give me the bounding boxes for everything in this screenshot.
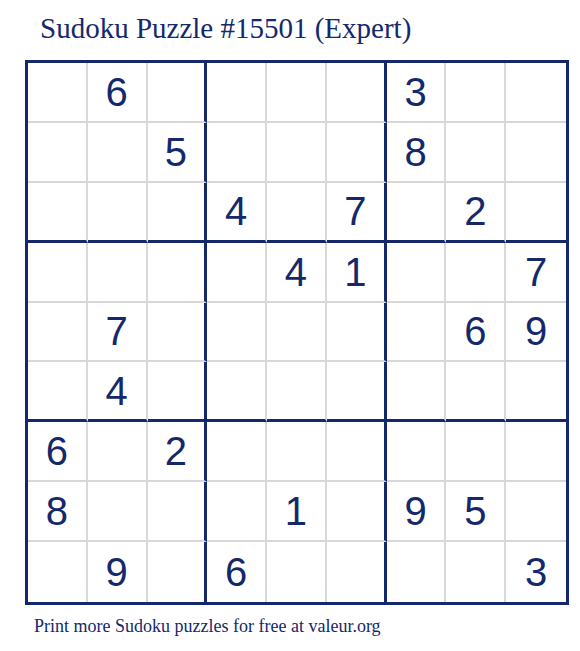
cell-r8c9[interactable] xyxy=(506,482,566,542)
cell-r8c6[interactable] xyxy=(327,482,387,542)
cell-r2c1[interactable] xyxy=(28,123,88,183)
cell-r3c3[interactable] xyxy=(148,183,208,243)
cell-r7c7[interactable] xyxy=(387,422,447,482)
cell-r3c5[interactable] xyxy=(267,183,327,243)
cell-r7c1[interactable]: 6 xyxy=(28,422,88,482)
cell-r5c8[interactable]: 6 xyxy=(446,303,506,363)
cell-r6c1[interactable] xyxy=(28,362,88,422)
cell-r6c5[interactable] xyxy=(267,362,327,422)
footer-text: Print more Sudoku puzzles for free at va… xyxy=(34,616,381,637)
cell-r5c3[interactable] xyxy=(148,303,208,363)
sudoku-board: 63584724177694628195963 xyxy=(25,60,569,605)
cell-r1c7[interactable]: 3 xyxy=(387,63,447,123)
cell-r6c4[interactable] xyxy=(207,362,267,422)
cell-r7c9[interactable] xyxy=(506,422,566,482)
cell-r9c1[interactable] xyxy=(28,542,88,602)
cell-r5c6[interactable] xyxy=(327,303,387,363)
cell-r5c4[interactable] xyxy=(207,303,267,363)
cell-r3c4[interactable]: 4 xyxy=(207,183,267,243)
cell-r9c9[interactable]: 3 xyxy=(506,542,566,602)
cell-r4c3[interactable] xyxy=(148,243,208,303)
cell-r8c3[interactable] xyxy=(148,482,208,542)
cell-r7c4[interactable] xyxy=(207,422,267,482)
cell-r6c8[interactable] xyxy=(446,362,506,422)
cell-r4c2[interactable] xyxy=(88,243,148,303)
cell-r2c4[interactable] xyxy=(207,123,267,183)
cell-r2c8[interactable] xyxy=(446,123,506,183)
cell-r9c2[interactable]: 9 xyxy=(88,542,148,602)
cell-r8c5[interactable]: 1 xyxy=(267,482,327,542)
cell-r3c8[interactable]: 2 xyxy=(446,183,506,243)
cell-r9c5[interactable] xyxy=(267,542,327,602)
cell-r9c7[interactable] xyxy=(387,542,447,602)
cell-r3c6[interactable]: 7 xyxy=(327,183,387,243)
cell-r7c5[interactable] xyxy=(267,422,327,482)
cell-r8c8[interactable]: 5 xyxy=(446,482,506,542)
cell-r9c4[interactable]: 6 xyxy=(207,542,267,602)
cell-r3c2[interactable] xyxy=(88,183,148,243)
cell-r8c2[interactable] xyxy=(88,482,148,542)
cell-r2c7[interactable]: 8 xyxy=(387,123,447,183)
cell-r5c5[interactable] xyxy=(267,303,327,363)
cell-r2c2[interactable] xyxy=(88,123,148,183)
cell-r9c6[interactable] xyxy=(327,542,387,602)
cell-r3c7[interactable] xyxy=(387,183,447,243)
cell-r1c5[interactable] xyxy=(267,63,327,123)
cell-r4c9[interactable]: 7 xyxy=(506,243,566,303)
cell-r2c5[interactable] xyxy=(267,123,327,183)
cell-r1c1[interactable] xyxy=(28,63,88,123)
cell-r8c1[interactable]: 8 xyxy=(28,482,88,542)
cell-r5c7[interactable] xyxy=(387,303,447,363)
cell-r8c7[interactable]: 9 xyxy=(387,482,447,542)
cell-r4c8[interactable] xyxy=(446,243,506,303)
cell-r7c2[interactable] xyxy=(88,422,148,482)
cell-r4c6[interactable]: 1 xyxy=(327,243,387,303)
cell-r6c9[interactable] xyxy=(506,362,566,422)
cell-r6c3[interactable] xyxy=(148,362,208,422)
cell-r3c9[interactable] xyxy=(506,183,566,243)
cell-r1c6[interactable] xyxy=(327,63,387,123)
cell-r1c4[interactable] xyxy=(207,63,267,123)
cell-r5c1[interactable] xyxy=(28,303,88,363)
page-title: Sudoku Puzzle #15501 (Expert) xyxy=(40,12,411,45)
cell-r5c9[interactable]: 9 xyxy=(506,303,566,363)
cell-r4c1[interactable] xyxy=(28,243,88,303)
cell-r6c2[interactable]: 4 xyxy=(88,362,148,422)
cell-r2c3[interactable]: 5 xyxy=(148,123,208,183)
cell-r7c8[interactable] xyxy=(446,422,506,482)
cell-r1c2[interactable]: 6 xyxy=(88,63,148,123)
cell-r5c2[interactable]: 7 xyxy=(88,303,148,363)
cell-r4c7[interactable] xyxy=(387,243,447,303)
cell-r4c4[interactable] xyxy=(207,243,267,303)
cell-r2c6[interactable] xyxy=(327,123,387,183)
cell-r1c9[interactable] xyxy=(506,63,566,123)
cell-r7c3[interactable]: 2 xyxy=(148,422,208,482)
cell-r6c6[interactable] xyxy=(327,362,387,422)
cell-r9c3[interactable] xyxy=(148,542,208,602)
cell-r9c8[interactable] xyxy=(446,542,506,602)
cell-r7c6[interactable] xyxy=(327,422,387,482)
cell-r1c8[interactable] xyxy=(446,63,506,123)
cell-r8c4[interactable] xyxy=(207,482,267,542)
cell-r3c1[interactable] xyxy=(28,183,88,243)
cell-r4c5[interactable]: 4 xyxy=(267,243,327,303)
cell-r1c3[interactable] xyxy=(148,63,208,123)
cell-r2c9[interactable] xyxy=(506,123,566,183)
cell-r6c7[interactable] xyxy=(387,362,447,422)
